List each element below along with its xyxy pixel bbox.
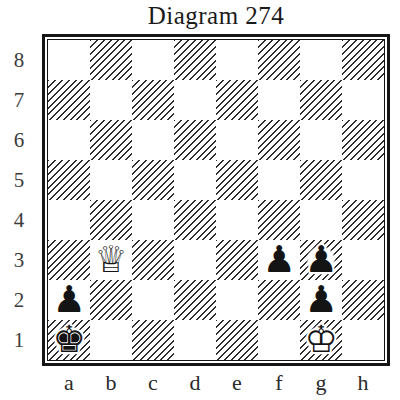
piece-black-pawn: ♟ xyxy=(262,241,295,278)
square-b7[interactable] xyxy=(90,80,132,120)
square-f8[interactable] xyxy=(258,40,300,80)
square-f1[interactable] xyxy=(258,320,300,360)
square-d3[interactable] xyxy=(174,240,216,280)
square-c6[interactable] xyxy=(132,120,174,160)
rank-label-3: 3 xyxy=(6,240,32,280)
chess-board: ♕♟♟♟♟♚♔ xyxy=(42,34,390,366)
square-h1[interactable] xyxy=(342,320,384,360)
square-g4[interactable] xyxy=(300,200,342,240)
square-a6[interactable] xyxy=(48,120,90,160)
file-label-b: b xyxy=(90,370,132,396)
square-f5[interactable] xyxy=(258,160,300,200)
square-c8[interactable] xyxy=(132,40,174,80)
square-g5[interactable] xyxy=(300,160,342,200)
rank-label-1: 1 xyxy=(6,320,32,360)
square-f4[interactable] xyxy=(258,200,300,240)
rank-labels: 87654321 xyxy=(6,40,32,360)
file-labels: abcdefgh xyxy=(48,370,384,396)
square-d4[interactable] xyxy=(174,200,216,240)
square-g1[interactable]: ♔ xyxy=(300,320,342,360)
diagram-title: Diagram 274 xyxy=(42,2,390,30)
square-d5[interactable] xyxy=(174,160,216,200)
square-e7[interactable] xyxy=(216,80,258,120)
square-h8[interactable] xyxy=(342,40,384,80)
file-label-g: g xyxy=(300,370,342,396)
square-d1[interactable] xyxy=(174,320,216,360)
square-d6[interactable] xyxy=(174,120,216,160)
square-c2[interactable] xyxy=(132,280,174,320)
piece-white-queen: ♕ xyxy=(94,241,127,278)
square-h7[interactable] xyxy=(342,80,384,120)
square-h3[interactable] xyxy=(342,240,384,280)
square-g7[interactable] xyxy=(300,80,342,120)
rank-label-8: 8 xyxy=(6,40,32,80)
square-h4[interactable] xyxy=(342,200,384,240)
square-f2[interactable] xyxy=(258,280,300,320)
square-c4[interactable] xyxy=(132,200,174,240)
square-a2[interactable]: ♟ xyxy=(48,280,90,320)
rank-label-4: 4 xyxy=(6,200,32,240)
square-b8[interactable] xyxy=(90,40,132,80)
square-e8[interactable] xyxy=(216,40,258,80)
square-h2[interactable] xyxy=(342,280,384,320)
file-label-a: a xyxy=(48,370,90,396)
square-b1[interactable] xyxy=(90,320,132,360)
piece-black-pawn: ♟ xyxy=(52,281,85,318)
square-e5[interactable] xyxy=(216,160,258,200)
square-e3[interactable] xyxy=(216,240,258,280)
square-e1[interactable] xyxy=(216,320,258,360)
square-b4[interactable] xyxy=(90,200,132,240)
file-label-d: d xyxy=(174,370,216,396)
square-b2[interactable] xyxy=(90,280,132,320)
square-e4[interactable] xyxy=(216,200,258,240)
piece-black-pawn: ♟ xyxy=(304,281,337,318)
square-g8[interactable] xyxy=(300,40,342,80)
file-label-f: f xyxy=(258,370,300,396)
piece-black-king: ♚ xyxy=(52,321,85,358)
square-b6[interactable] xyxy=(90,120,132,160)
piece-white-king: ♔ xyxy=(304,321,337,358)
square-g2[interactable]: ♟ xyxy=(300,280,342,320)
square-f6[interactable] xyxy=(258,120,300,160)
square-f3[interactable]: ♟ xyxy=(258,240,300,280)
square-a8[interactable] xyxy=(48,40,90,80)
piece-black-pawn: ♟ xyxy=(304,241,337,278)
rank-label-6: 6 xyxy=(6,120,32,160)
square-h5[interactable] xyxy=(342,160,384,200)
square-g6[interactable] xyxy=(300,120,342,160)
square-d8[interactable] xyxy=(174,40,216,80)
square-d7[interactable] xyxy=(174,80,216,120)
square-c5[interactable] xyxy=(132,160,174,200)
rank-label-5: 5 xyxy=(6,160,32,200)
file-label-c: c xyxy=(132,370,174,396)
square-a4[interactable] xyxy=(48,200,90,240)
rank-label-2: 2 xyxy=(6,280,32,320)
file-label-h: h xyxy=(342,370,384,396)
board-grid: ♕♟♟♟♟♚♔ xyxy=(48,40,384,360)
square-a5[interactable] xyxy=(48,160,90,200)
square-c7[interactable] xyxy=(132,80,174,120)
square-a1[interactable]: ♚ xyxy=(48,320,90,360)
square-e2[interactable] xyxy=(216,280,258,320)
square-c3[interactable] xyxy=(132,240,174,280)
square-b3[interactable]: ♕ xyxy=(90,240,132,280)
rank-label-7: 7 xyxy=(6,80,32,120)
square-c1[interactable] xyxy=(132,320,174,360)
square-a3[interactable] xyxy=(48,240,90,280)
square-f7[interactable] xyxy=(258,80,300,120)
square-d2[interactable] xyxy=(174,280,216,320)
file-label-e: e xyxy=(216,370,258,396)
square-b5[interactable] xyxy=(90,160,132,200)
board-inner-frame: ♕♟♟♟♟♚♔ xyxy=(47,39,385,361)
square-g3[interactable]: ♟ xyxy=(300,240,342,280)
square-a7[interactable] xyxy=(48,80,90,120)
square-e6[interactable] xyxy=(216,120,258,160)
square-h6[interactable] xyxy=(342,120,384,160)
